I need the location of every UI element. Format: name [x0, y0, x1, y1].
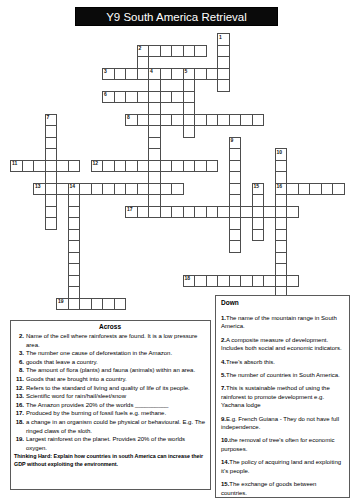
clue-number-label: 4 — [150, 68, 153, 74]
clue-number-label: 10 — [277, 149, 283, 155]
across-clue-18: 18.a change in an organism could be phys… — [14, 418, 206, 435]
down-header: Down — [221, 299, 344, 306]
grid-cell[interactable] — [229, 240, 242, 253]
clue-number-label: 5 — [185, 68, 188, 74]
across-clue-12: 12.Refers to the standard of living and … — [14, 384, 206, 393]
grid-cell[interactable] — [252, 229, 265, 242]
clue-number-label: 15 — [254, 183, 260, 189]
across-clue-16: 16.The Amazon provides 20% of the worlds… — [14, 401, 206, 410]
clue-number-label: 13 — [35, 183, 41, 189]
clue-number-label: 18 — [185, 275, 191, 281]
worksheet-page: Y9 South America Retrieval 1234567891011… — [0, 0, 353, 500]
grid-cell[interactable] — [286, 206, 299, 219]
clue-number-label: 7 — [47, 114, 50, 120]
down-clue-5: 5.The number of countries in South Ameri… — [221, 371, 344, 379]
down-clue-10: 10.the removal of tree's often for econo… — [221, 436, 344, 453]
clue-number-label: 12 — [93, 160, 99, 166]
grid-cell[interactable] — [332, 183, 345, 196]
across-header: Across — [14, 323, 206, 330]
clue-number-label: 16 — [277, 183, 283, 189]
down-clue-7: 7.This is sustainable method of using th… — [221, 384, 344, 409]
clue-number-label: 3 — [104, 68, 107, 74]
clue-number-label: 9 — [231, 137, 234, 143]
crossword-board: 12345678910111213141516171819 — [10, 33, 350, 311]
across-clue-8: 8.The amount of flora (plants) and fauna… — [14, 366, 206, 375]
clue-number-label: 11 — [12, 160, 17, 166]
grid-cell[interactable] — [252, 114, 265, 127]
across-clue-11: 11.Goods that are brought into a country… — [14, 375, 206, 384]
grid-cell[interactable] — [171, 183, 184, 196]
puzzle-title-text: Y9 South America Retrieval — [106, 11, 247, 23]
grid-cell[interactable] — [114, 298, 127, 311]
grid-cell[interactable] — [183, 125, 196, 138]
down-clue-15: 15.The exchange of goods between countri… — [221, 480, 344, 497]
clue-number-label: 19 — [58, 298, 64, 304]
clue-number-label: 6 — [104, 91, 107, 97]
clue-number-label: 17 — [127, 206, 133, 212]
grid-cell[interactable] — [194, 45, 207, 58]
across-clue-2: 2.Name of the cell where rainforests are… — [14, 332, 206, 349]
down-clue-list: 1.The name of the mountain range in Sout… — [221, 314, 344, 497]
thinking-hard-note: Thinking Hard: Explain how countries in … — [14, 453, 206, 468]
clue-number-label: 8 — [127, 114, 130, 120]
across-clue-17: 17.Produced by the burning of fossil fue… — [14, 409, 206, 418]
grid-cell[interactable] — [45, 217, 58, 230]
grid-cell[interactable] — [68, 160, 81, 173]
grid-cell[interactable] — [286, 275, 299, 288]
across-clue-3: 3.The number one cause of deforestation … — [14, 349, 206, 358]
across-clue-list: 2.Name of the cell where rainforests are… — [14, 332, 206, 452]
across-clue-13: 13.Scientific word for rain/hail/sleet/s… — [14, 392, 206, 401]
down-clue-4: 4.Tree's absorb this. — [221, 358, 344, 366]
clue-number-label: 14 — [70, 183, 76, 189]
across-clue-6: 6.goods that leave a country. — [14, 358, 206, 367]
down-clue-14: 14.The policy of acquiring land and expl… — [221, 458, 344, 475]
across-clues-box: Across 2.Name of the cell where rainfore… — [10, 320, 211, 490]
down-clue-1: 1.The name of the mountain range in Sout… — [221, 314, 344, 331]
grid-cell[interactable] — [206, 160, 219, 173]
clue-number-label: 2 — [139, 45, 142, 51]
down-clues-box: Down 1.The name of the mountain range in… — [215, 295, 350, 498]
across-clue-19: 19.Largest rainforest on the planet. Pro… — [14, 435, 206, 452]
puzzle-title: Y9 South America Retrieval — [75, 7, 278, 26]
grid-cell[interactable] — [217, 79, 230, 92]
down-clue-9: 9.E.g. French Guiana - They do not have … — [221, 415, 344, 432]
clue-number-label: 1 — [219, 34, 222, 40]
down-clue-2: 2.A composite measure of development. In… — [221, 336, 344, 353]
